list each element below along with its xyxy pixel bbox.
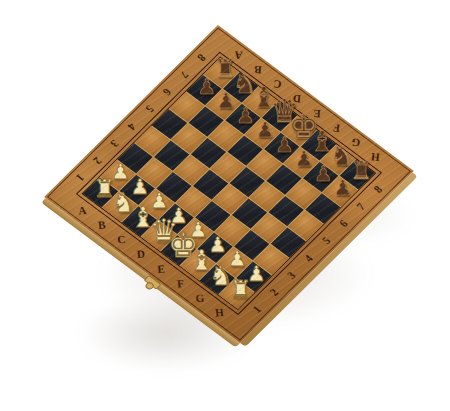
- piece-black-pawn: ♟: [294, 149, 313, 170]
- piece-black-pawn: ♟: [217, 91, 236, 112]
- piece-black-rook: ♜: [350, 158, 372, 183]
- piece-white-rook: ♜: [229, 277, 251, 302]
- piece-black-pawn: ♟: [314, 164, 333, 185]
- piece-black-pawn: ♟: [333, 178, 352, 199]
- chess-set-photo: ABCDEFGH ABCDEFGH 87654321 87654321 ♜♞♝♛…: [0, 0, 450, 411]
- piece-black-pawn: ♟: [197, 77, 216, 98]
- piece-black-pawn: ♟: [236, 106, 255, 127]
- piece-black-pawn: ♟: [275, 135, 294, 156]
- piece-black-pawn: ♟: [256, 120, 275, 141]
